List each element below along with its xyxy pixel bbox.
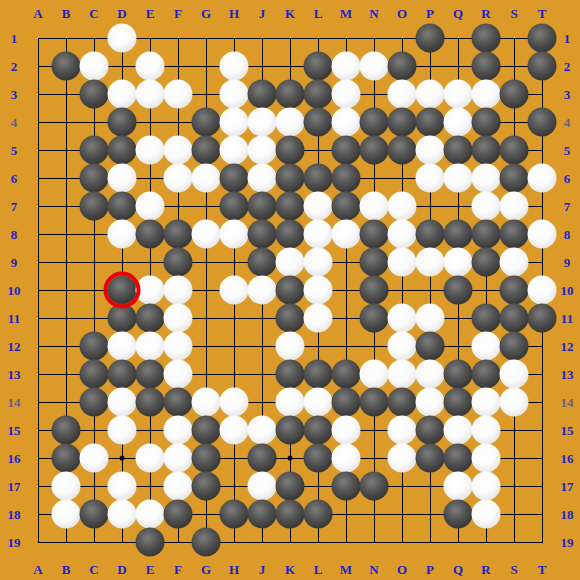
black-stone[interactable] (52, 444, 81, 473)
white-stone[interactable] (388, 192, 417, 221)
black-stone[interactable] (276, 500, 305, 529)
white-stone[interactable] (136, 52, 165, 81)
row-label-right: 18 (561, 508, 574, 521)
black-stone[interactable] (472, 220, 501, 249)
white-stone[interactable] (388, 304, 417, 333)
white-stone[interactable] (164, 164, 193, 193)
column-label-bottom: N (369, 563, 378, 576)
white-stone[interactable] (528, 276, 557, 305)
white-stone[interactable] (416, 388, 445, 417)
black-stone[interactable] (388, 108, 417, 137)
white-stone[interactable] (108, 80, 137, 109)
row-label-right: 17 (561, 480, 574, 493)
column-label-bottom: Q (453, 563, 463, 576)
black-stone[interactable] (388, 52, 417, 81)
row-label-left: 17 (8, 480, 21, 493)
row-label-right: 4 (564, 116, 571, 129)
white-stone[interactable] (472, 500, 501, 529)
white-stone[interactable] (388, 360, 417, 389)
white-stone[interactable] (108, 472, 137, 501)
row-label-right: 9 (564, 256, 571, 269)
column-label-top: A (33, 7, 42, 20)
black-stone[interactable] (164, 220, 193, 249)
white-stone[interactable] (304, 388, 333, 417)
black-stone[interactable] (276, 360, 305, 389)
column-label-top: R (481, 7, 490, 20)
column-label-bottom: O (397, 563, 407, 576)
last-move-marker (104, 272, 141, 309)
white-stone[interactable] (388, 80, 417, 109)
white-stone[interactable] (388, 332, 417, 361)
column-label-bottom: E (146, 563, 155, 576)
black-stone[interactable] (136, 528, 165, 557)
white-stone[interactable] (108, 416, 137, 445)
white-stone[interactable] (304, 192, 333, 221)
white-stone[interactable] (108, 24, 137, 53)
column-label-top: L (314, 7, 323, 20)
black-stone[interactable] (500, 164, 529, 193)
black-stone[interactable] (276, 164, 305, 193)
white-stone[interactable] (444, 472, 473, 501)
column-label-top: Q (453, 7, 463, 20)
white-stone[interactable] (444, 80, 473, 109)
white-stone[interactable] (472, 80, 501, 109)
black-stone[interactable] (444, 136, 473, 165)
black-stone[interactable] (80, 388, 109, 417)
grid-line-horizontal (38, 542, 543, 543)
black-stone[interactable] (472, 248, 501, 277)
white-stone[interactable] (108, 388, 137, 417)
white-stone[interactable] (416, 136, 445, 165)
black-stone[interactable] (304, 500, 333, 529)
black-stone[interactable] (528, 304, 557, 333)
black-stone[interactable] (164, 500, 193, 529)
white-stone[interactable] (388, 220, 417, 249)
row-label-left: 1 (11, 32, 18, 45)
row-label-left: 7 (11, 200, 18, 213)
black-stone[interactable] (220, 500, 249, 529)
black-stone[interactable] (304, 164, 333, 193)
white-stone[interactable] (108, 332, 137, 361)
row-label-right: 8 (564, 228, 571, 241)
white-stone[interactable] (248, 276, 277, 305)
white-stone[interactable] (388, 416, 417, 445)
column-label-bottom: L (314, 563, 323, 576)
white-stone[interactable] (164, 80, 193, 109)
black-stone[interactable] (416, 416, 445, 445)
black-stone[interactable] (80, 192, 109, 221)
row-label-left: 16 (8, 452, 21, 465)
white-stone[interactable] (416, 164, 445, 193)
black-stone[interactable] (136, 360, 165, 389)
black-stone[interactable] (444, 500, 473, 529)
white-stone[interactable] (444, 416, 473, 445)
white-stone[interactable] (276, 388, 305, 417)
white-stone[interactable] (220, 108, 249, 137)
white-stone[interactable] (248, 108, 277, 137)
row-label-left: 6 (11, 172, 18, 185)
white-stone[interactable] (444, 164, 473, 193)
column-label-bottom: A (33, 563, 42, 576)
column-label-top: M (340, 7, 352, 20)
white-stone[interactable] (444, 108, 473, 137)
black-stone[interactable] (192, 136, 221, 165)
row-label-right: 7 (564, 200, 571, 213)
black-stone[interactable] (360, 276, 389, 305)
white-stone[interactable] (416, 248, 445, 277)
white-stone[interactable] (388, 248, 417, 277)
black-stone[interactable] (332, 136, 361, 165)
row-label-left: 10 (8, 284, 21, 297)
white-stone[interactable] (164, 416, 193, 445)
white-stone[interactable] (136, 136, 165, 165)
black-stone[interactable] (360, 472, 389, 501)
white-stone[interactable] (360, 192, 389, 221)
row-label-left: 19 (8, 536, 21, 549)
row-label-left: 11 (8, 312, 20, 325)
row-label-left: 15 (8, 424, 21, 437)
black-stone[interactable] (500, 136, 529, 165)
white-stone[interactable] (528, 220, 557, 249)
white-stone[interactable] (332, 52, 361, 81)
row-label-right: 1 (564, 32, 571, 45)
white-stone[interactable] (136, 500, 165, 529)
column-label-bottom: H (229, 563, 239, 576)
white-stone[interactable] (248, 164, 277, 193)
black-stone[interactable] (472, 304, 501, 333)
white-stone[interactable] (192, 220, 221, 249)
white-stone[interactable] (80, 444, 109, 473)
black-stone[interactable] (444, 276, 473, 305)
star-point (120, 456, 125, 461)
white-stone[interactable] (136, 444, 165, 473)
white-stone[interactable] (304, 220, 333, 249)
row-label-right: 3 (564, 88, 571, 101)
white-stone[interactable] (136, 332, 165, 361)
black-stone[interactable] (248, 192, 277, 221)
white-stone[interactable] (220, 52, 249, 81)
black-stone[interactable] (472, 52, 501, 81)
black-stone[interactable] (500, 276, 529, 305)
white-stone[interactable] (164, 360, 193, 389)
black-stone[interactable] (360, 248, 389, 277)
black-stone[interactable] (500, 332, 529, 361)
white-stone[interactable] (360, 52, 389, 81)
white-stone[interactable] (416, 80, 445, 109)
white-stone[interactable] (332, 444, 361, 473)
black-stone[interactable] (276, 276, 305, 305)
column-label-top: N (369, 7, 378, 20)
black-stone[interactable] (416, 444, 445, 473)
white-stone[interactable] (52, 500, 81, 529)
column-label-bottom: C (89, 563, 98, 576)
column-label-top: F (174, 7, 182, 20)
row-label-right: 16 (561, 452, 574, 465)
row-label-right: 12 (561, 340, 574, 353)
black-stone[interactable] (360, 388, 389, 417)
black-stone[interactable] (164, 248, 193, 277)
white-stone[interactable] (192, 388, 221, 417)
row-label-left: 5 (11, 144, 18, 157)
white-stone[interactable] (164, 136, 193, 165)
white-stone[interactable] (472, 164, 501, 193)
white-stone[interactable] (164, 472, 193, 501)
black-stone[interactable] (80, 136, 109, 165)
black-stone[interactable] (136, 220, 165, 249)
black-stone[interactable] (332, 164, 361, 193)
white-stone[interactable] (248, 416, 277, 445)
black-stone[interactable] (472, 360, 501, 389)
white-stone[interactable] (108, 164, 137, 193)
black-stone[interactable] (192, 528, 221, 557)
black-stone[interactable] (276, 192, 305, 221)
row-label-right: 14 (561, 396, 574, 409)
black-stone[interactable] (248, 80, 277, 109)
black-stone[interactable] (472, 24, 501, 53)
column-label-bottom: J (259, 563, 266, 576)
black-stone[interactable] (500, 220, 529, 249)
white-stone[interactable] (108, 500, 137, 529)
black-stone[interactable] (248, 248, 277, 277)
column-label-top: J (259, 7, 266, 20)
white-stone[interactable] (332, 220, 361, 249)
column-label-bottom: T (538, 563, 547, 576)
white-stone[interactable] (220, 388, 249, 417)
row-label-left: 2 (11, 60, 18, 73)
black-stone[interactable] (80, 332, 109, 361)
row-label-left: 4 (11, 116, 18, 129)
black-stone[interactable] (360, 304, 389, 333)
white-stone[interactable] (472, 192, 501, 221)
row-label-left: 18 (8, 508, 21, 521)
black-stone[interactable] (276, 472, 305, 501)
white-stone[interactable] (136, 192, 165, 221)
black-stone[interactable] (108, 108, 137, 137)
column-label-top: K (285, 7, 295, 20)
black-stone[interactable] (528, 24, 557, 53)
row-label-left: 8 (11, 228, 18, 241)
black-stone[interactable] (444, 220, 473, 249)
black-stone[interactable] (108, 136, 137, 165)
row-label-right: 15 (561, 424, 574, 437)
black-stone[interactable] (52, 416, 81, 445)
black-stone[interactable] (360, 136, 389, 165)
column-label-bottom: K (285, 563, 295, 576)
black-stone[interactable] (136, 388, 165, 417)
column-label-top: H (229, 7, 239, 20)
black-stone[interactable] (304, 108, 333, 137)
row-label-left: 9 (11, 256, 18, 269)
white-stone[interactable] (248, 136, 277, 165)
column-label-bottom: M (340, 563, 352, 576)
white-stone[interactable] (164, 276, 193, 305)
white-stone[interactable] (472, 416, 501, 445)
black-stone[interactable] (416, 332, 445, 361)
column-label-top: D (117, 7, 126, 20)
white-stone[interactable] (220, 80, 249, 109)
black-stone[interactable] (472, 108, 501, 137)
black-stone[interactable] (192, 416, 221, 445)
column-label-top: E (146, 7, 155, 20)
white-stone[interactable] (248, 472, 277, 501)
black-stone[interactable] (164, 388, 193, 417)
black-stone[interactable] (248, 500, 277, 529)
black-stone[interactable] (108, 360, 137, 389)
column-label-bottom: G (201, 563, 211, 576)
black-stone[interactable] (304, 80, 333, 109)
black-stone[interactable] (444, 388, 473, 417)
white-stone[interactable] (444, 248, 473, 277)
white-stone[interactable] (500, 388, 529, 417)
white-stone[interactable] (332, 416, 361, 445)
black-stone[interactable] (388, 136, 417, 165)
black-stone[interactable] (528, 52, 557, 81)
white-stone[interactable] (220, 220, 249, 249)
column-label-top: G (201, 7, 211, 20)
column-label-top: S (510, 7, 517, 20)
white-stone[interactable] (220, 136, 249, 165)
column-label-bottom: F (174, 563, 182, 576)
white-stone[interactable] (472, 444, 501, 473)
white-stone[interactable] (304, 304, 333, 333)
black-stone[interactable] (528, 108, 557, 137)
black-stone[interactable] (304, 52, 333, 81)
black-stone[interactable] (500, 304, 529, 333)
column-label-top: O (397, 7, 407, 20)
row-label-right: 11 (561, 312, 573, 325)
white-stone[interactable] (500, 192, 529, 221)
black-stone[interactable] (276, 136, 305, 165)
white-stone[interactable] (192, 164, 221, 193)
column-label-bottom: D (117, 563, 126, 576)
white-stone[interactable] (416, 360, 445, 389)
white-stone[interactable] (528, 164, 557, 193)
black-stone[interactable] (136, 304, 165, 333)
black-stone[interactable] (416, 108, 445, 137)
black-stone[interactable] (304, 416, 333, 445)
black-stone[interactable] (444, 360, 473, 389)
white-stone[interactable] (304, 248, 333, 277)
white-stone[interactable] (220, 276, 249, 305)
white-stone[interactable] (52, 472, 81, 501)
black-stone[interactable] (304, 444, 333, 473)
black-stone[interactable] (500, 80, 529, 109)
white-stone[interactable] (276, 108, 305, 137)
column-label-top: C (89, 7, 98, 20)
white-stone[interactable] (360, 360, 389, 389)
black-stone[interactable] (108, 192, 137, 221)
white-stone[interactable] (276, 332, 305, 361)
black-stone[interactable] (220, 164, 249, 193)
row-label-right: 6 (564, 172, 571, 185)
white-stone[interactable] (472, 472, 501, 501)
white-stone[interactable] (164, 304, 193, 333)
white-stone[interactable] (80, 52, 109, 81)
column-label-top: P (426, 7, 434, 20)
black-stone[interactable] (80, 500, 109, 529)
row-label-right: 10 (561, 284, 574, 297)
white-stone[interactable] (416, 304, 445, 333)
white-stone[interactable] (276, 248, 305, 277)
black-stone[interactable] (192, 108, 221, 137)
white-stone[interactable] (472, 332, 501, 361)
black-stone[interactable] (220, 192, 249, 221)
column-label-bottom: S (510, 563, 517, 576)
black-stone[interactable] (248, 444, 277, 473)
column-label-top: B (62, 7, 71, 20)
black-stone[interactable] (360, 220, 389, 249)
star-point (288, 456, 293, 461)
row-label-right: 5 (564, 144, 571, 157)
black-stone[interactable] (276, 80, 305, 109)
column-label-bottom: R (481, 563, 490, 576)
white-stone[interactable] (500, 360, 529, 389)
black-stone[interactable] (276, 304, 305, 333)
black-stone[interactable] (388, 388, 417, 417)
go-board[interactable]: AABBCCDDEEFFGGHHJJKKLLMMNNOOPPQQRRSSTT11… (0, 0, 580, 580)
column-label-bottom: B (62, 563, 71, 576)
black-stone[interactable] (80, 360, 109, 389)
column-label-bottom: P (426, 563, 434, 576)
black-stone[interactable] (80, 164, 109, 193)
white-stone[interactable] (500, 248, 529, 277)
black-stone[interactable] (192, 472, 221, 501)
row-label-left: 12 (8, 340, 21, 353)
row-label-left: 3 (11, 88, 18, 101)
white-stone[interactable] (304, 276, 333, 305)
black-stone[interactable] (304, 360, 333, 389)
row-label-right: 2 (564, 60, 571, 73)
black-stone[interactable] (332, 472, 361, 501)
black-stone[interactable] (360, 108, 389, 137)
black-stone[interactable] (332, 360, 361, 389)
black-stone[interactable] (444, 444, 473, 473)
black-stone[interactable] (332, 192, 361, 221)
white-stone[interactable] (220, 416, 249, 445)
black-stone[interactable] (332, 388, 361, 417)
black-stone[interactable] (276, 416, 305, 445)
white-stone[interactable] (136, 80, 165, 109)
white-stone[interactable] (164, 332, 193, 361)
row-label-left: 14 (8, 396, 21, 409)
row-label-right: 19 (561, 536, 574, 549)
black-stone[interactable] (416, 220, 445, 249)
black-stone[interactable] (276, 220, 305, 249)
black-stone[interactable] (80, 80, 109, 109)
white-stone[interactable] (332, 80, 361, 109)
black-stone[interactable] (472, 136, 501, 165)
white-stone[interactable] (472, 388, 501, 417)
black-stone[interactable] (416, 24, 445, 53)
white-stone[interactable] (332, 108, 361, 137)
row-label-left: 13 (8, 368, 21, 381)
column-label-top: T (538, 7, 547, 20)
black-stone[interactable] (248, 220, 277, 249)
black-stone[interactable] (52, 52, 81, 81)
row-label-right: 13 (561, 368, 574, 381)
white-stone[interactable] (164, 444, 193, 473)
white-stone[interactable] (388, 444, 417, 473)
white-stone[interactable] (108, 220, 137, 249)
black-stone[interactable] (192, 444, 221, 473)
